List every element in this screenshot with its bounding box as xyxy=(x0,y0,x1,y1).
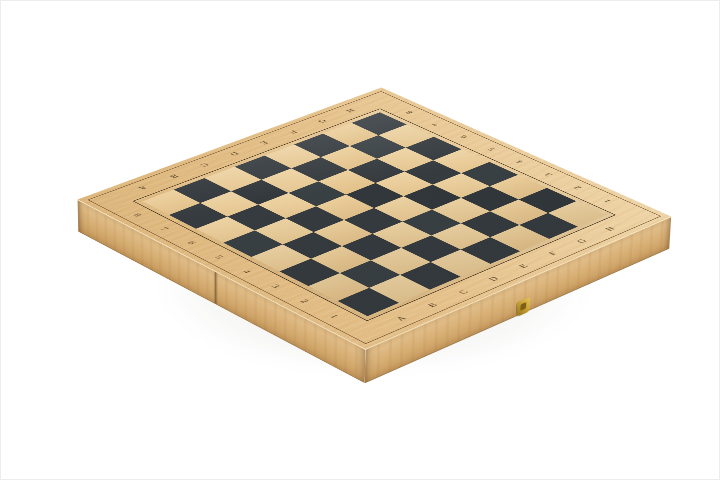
square-b1 xyxy=(369,275,430,303)
square-d2 xyxy=(401,235,460,262)
square-c3 xyxy=(342,234,401,261)
square-c1 xyxy=(400,262,460,289)
square-a6 xyxy=(196,217,255,243)
square-a7 xyxy=(169,203,227,229)
square-d3 xyxy=(372,222,431,248)
square-a1 xyxy=(338,288,399,316)
square-b2 xyxy=(340,260,400,287)
square-b6 xyxy=(227,205,285,231)
square-c5 xyxy=(286,206,344,232)
square-a5 xyxy=(223,230,282,257)
square-e2 xyxy=(431,223,490,249)
square-d1 xyxy=(431,250,491,277)
square-c4 xyxy=(314,220,373,246)
square-b3 xyxy=(311,246,371,273)
fold-seam xyxy=(213,271,217,304)
square-e1 xyxy=(461,237,520,264)
square-f1 xyxy=(490,225,549,251)
square-a3 xyxy=(280,259,340,286)
square-b5 xyxy=(255,218,314,244)
square-f2 xyxy=(461,211,519,237)
square-g1 xyxy=(519,213,577,239)
square-a4 xyxy=(251,244,311,271)
square-b4 xyxy=(283,232,342,259)
square-c2 xyxy=(371,248,431,275)
square-a2 xyxy=(308,273,369,301)
square-e3 xyxy=(402,210,460,236)
product-photo-stage: 87654321 87654321 HGFEDCBA HGFEDCBA xyxy=(0,0,720,480)
square-d4 xyxy=(344,208,402,234)
